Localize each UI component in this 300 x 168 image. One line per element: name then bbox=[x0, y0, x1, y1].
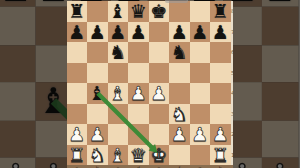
rank-label-3: 3 bbox=[298, 120, 300, 158]
square-d4[interactable]: ♟ bbox=[128, 83, 149, 104]
rank-coordinates-gutter: 87654321 bbox=[231, 1, 233, 165]
piece-black-pawn[interactable]: ♟ bbox=[130, 22, 147, 43]
piece-white-knight[interactable]: ♞ bbox=[89, 145, 106, 166]
file-label-e: e bbox=[149, 166, 170, 168]
square-e7[interactable] bbox=[149, 22, 170, 43]
square-g4[interactable] bbox=[190, 83, 211, 104]
file-label-h: h bbox=[210, 166, 231, 168]
square-d1[interactable]: ♛ bbox=[128, 145, 149, 166]
piece-black-pawn[interactable]: ♟ bbox=[171, 22, 188, 43]
piece-white-rook[interactable]: ♜ bbox=[212, 145, 229, 166]
square-h3[interactable] bbox=[210, 104, 231, 125]
square-e4[interactable]: ♟ bbox=[149, 83, 170, 104]
piece-black-pawn[interactable]: ♟ bbox=[191, 22, 208, 43]
file-label-g: g bbox=[190, 166, 211, 168]
piece-black-knight[interactable]: ♞ bbox=[109, 42, 126, 63]
square-d7[interactable]: ♟ bbox=[128, 22, 149, 43]
square-a3 bbox=[0, 120, 34, 158]
square-b4[interactable]: ♝ bbox=[87, 83, 108, 104]
square-a8[interactable]: ♜ bbox=[67, 1, 88, 22]
rank-label-2: 2 bbox=[231, 124, 233, 145]
piece-white-king[interactable]: ♚ bbox=[150, 145, 167, 166]
piece-white-pawn: ♟ bbox=[264, 158, 295, 168]
piece-white-pawn[interactable]: ♟ bbox=[68, 124, 85, 145]
piece-black-pawn: ♟ bbox=[37, 0, 68, 7]
square-a7: ♟ bbox=[0, 0, 34, 7]
piece-white-bishop[interactable]: ♝ bbox=[109, 83, 126, 104]
square-f1[interactable] bbox=[169, 145, 190, 166]
rank-coordinates-gutter: 87654321 bbox=[298, 0, 300, 168]
square-a1[interactable]: ♜ bbox=[67, 145, 88, 166]
square-a7[interactable]: ♟ bbox=[67, 22, 88, 43]
square-a3[interactable] bbox=[67, 104, 88, 125]
square-f4[interactable] bbox=[169, 83, 190, 104]
piece-black-king[interactable]: ♚ bbox=[150, 1, 167, 22]
square-a4 bbox=[0, 82, 34, 120]
square-c8[interactable]: ♝ bbox=[108, 1, 129, 22]
piece-black-pawn[interactable]: ♟ bbox=[89, 22, 106, 43]
square-f7[interactable]: ♟ bbox=[169, 22, 190, 43]
rank-label-8: 8 bbox=[231, 1, 233, 22]
square-h5 bbox=[261, 44, 299, 82]
square-h5[interactable] bbox=[210, 63, 231, 84]
square-b2[interactable]: ♟ bbox=[87, 124, 108, 145]
square-e8[interactable]: ♚ bbox=[149, 1, 170, 22]
square-a2: ♟ bbox=[0, 158, 34, 168]
square-e5[interactable] bbox=[149, 63, 170, 84]
square-b6[interactable] bbox=[87, 42, 108, 63]
square-e3[interactable] bbox=[149, 104, 170, 125]
square-h6[interactable] bbox=[210, 42, 231, 63]
square-c3[interactable] bbox=[108, 104, 129, 125]
square-e2[interactable] bbox=[149, 124, 170, 145]
piece-white-knight[interactable]: ♞ bbox=[171, 104, 188, 125]
rank-label-2: 2 bbox=[298, 158, 300, 168]
piece-white-rook[interactable]: ♜ bbox=[68, 145, 85, 166]
piece-white-pawn[interactable]: ♟ bbox=[130, 83, 147, 104]
piece-black-knight[interactable]: ♞ bbox=[171, 42, 188, 63]
square-b7[interactable]: ♟ bbox=[87, 22, 108, 43]
piece-white-pawn[interactable]: ♟ bbox=[212, 124, 229, 145]
piece-white-pawn: ♟ bbox=[0, 158, 31, 168]
square-c6[interactable]: ♞ bbox=[108, 42, 129, 63]
square-b1[interactable]: ♞ bbox=[87, 145, 108, 166]
square-a5 bbox=[0, 44, 34, 82]
piece-black-pawn: ♟ bbox=[264, 0, 295, 7]
piece-black-queen[interactable]: ♛ bbox=[130, 1, 147, 22]
square-h7: ♟ bbox=[261, 0, 299, 7]
piece-white-bishop[interactable]: ♝ bbox=[109, 145, 126, 166]
square-c2[interactable] bbox=[108, 124, 129, 145]
square-h4 bbox=[261, 82, 299, 120]
square-c7[interactable]: ♟ bbox=[108, 22, 129, 43]
piece-black-rook[interactable]: ♜ bbox=[212, 1, 229, 22]
rank-label-6: 6 bbox=[298, 7, 300, 45]
file-label-a: a bbox=[67, 166, 88, 168]
rank-label-5: 5 bbox=[298, 44, 300, 82]
square-a5[interactable] bbox=[67, 63, 88, 84]
square-c1[interactable]: ♝ bbox=[108, 145, 129, 166]
piece-white-pawn: ♟ bbox=[37, 158, 68, 168]
square-g2[interactable]: ♟ bbox=[190, 124, 211, 145]
square-h6 bbox=[261, 7, 299, 45]
rank-label-7: 7 bbox=[298, 0, 300, 7]
piece-black-pawn[interactable]: ♟ bbox=[212, 22, 229, 43]
square-b8[interactable] bbox=[87, 1, 108, 22]
squares-grid: ♜♝♛♚♜♟♟♟♟♟♟♟♞♞♝♝♟♟♞♟♟♟♟♟♜♞♝♛♚♜ bbox=[67, 1, 231, 165]
square-f2[interactable]: ♟ bbox=[169, 124, 190, 145]
square-g8[interactable] bbox=[190, 1, 211, 22]
piece-black-pawn: ♟ bbox=[0, 0, 31, 7]
square-h2[interactable]: ♟ bbox=[210, 124, 231, 145]
file-label-f: f bbox=[169, 166, 190, 168]
piece-black-bishop[interactable]: ♝ bbox=[89, 83, 106, 104]
piece-white-pawn[interactable]: ♟ bbox=[171, 124, 188, 145]
file-label-b: b bbox=[87, 166, 108, 168]
square-g6[interactable] bbox=[190, 42, 211, 63]
square-d3[interactable] bbox=[128, 104, 149, 125]
square-g7[interactable]: ♟ bbox=[190, 22, 211, 43]
square-h1[interactable]: ♜ bbox=[210, 145, 231, 166]
square-h3 bbox=[261, 120, 299, 158]
rank-label-4: 4 bbox=[231, 83, 233, 104]
square-d5[interactable] bbox=[128, 63, 149, 84]
rank-label-7: 7 bbox=[231, 22, 233, 43]
square-e6[interactable] bbox=[149, 42, 170, 63]
piece-white-pawn[interactable]: ♟ bbox=[191, 124, 208, 145]
square-h4[interactable] bbox=[210, 83, 231, 104]
piece-white-pawn[interactable]: ♟ bbox=[89, 124, 106, 145]
rank-label-5: 5 bbox=[231, 63, 233, 84]
square-d8[interactable]: ♛ bbox=[128, 1, 149, 22]
square-c5[interactable] bbox=[108, 63, 129, 84]
square-c4[interactable]: ♝ bbox=[108, 83, 129, 104]
square-h8[interactable]: ♜ bbox=[210, 1, 231, 22]
square-e1[interactable]: ♚ bbox=[149, 145, 170, 166]
square-a6 bbox=[0, 7, 34, 45]
square-h2: ♟ bbox=[261, 158, 299, 168]
file-coordinates-gutter: abcdefgh bbox=[67, 165, 233, 168]
video-frame: ♜♝♛♚♜♟♟♟♟♟♟♟♞♞♝♝♟♟♞♟♟♟♟♟♜♞♝♛♚♜87654321ab… bbox=[0, 0, 300, 168]
square-b5[interactable] bbox=[87, 63, 108, 84]
video-overlay-smudge bbox=[165, 0, 188, 3]
piece-black-bishop[interactable]: ♝ bbox=[109, 1, 126, 22]
piece-white-pawn[interactable]: ♟ bbox=[150, 83, 167, 104]
square-g5[interactable] bbox=[190, 63, 211, 84]
file-label-d: d bbox=[128, 166, 149, 168]
chess-board[interactable]: ♜♝♛♚♜♟♟♟♟♟♟♟♞♞♝♝♟♟♞♟♟♟♟♟♜♞♝♛♚♜87654321ab… bbox=[67, 1, 233, 168]
square-a4[interactable] bbox=[67, 83, 88, 104]
file-label-c: c bbox=[108, 166, 129, 168]
square-a6[interactable] bbox=[67, 42, 88, 63]
rank-label-4: 4 bbox=[298, 82, 300, 120]
square-h7[interactable]: ♟ bbox=[210, 22, 231, 43]
rank-label-1: 1 bbox=[231, 145, 233, 166]
square-f6[interactable]: ♞ bbox=[169, 42, 190, 63]
square-b3[interactable] bbox=[87, 104, 108, 125]
square-g3[interactable] bbox=[190, 104, 211, 125]
square-a2[interactable]: ♟ bbox=[67, 124, 88, 145]
square-d6[interactable] bbox=[128, 42, 149, 63]
square-f5[interactable] bbox=[169, 63, 190, 84]
square-d2[interactable] bbox=[128, 124, 149, 145]
piece-black-pawn[interactable]: ♟ bbox=[109, 22, 126, 43]
square-f8[interactable] bbox=[169, 1, 190, 22]
piece-black-bishop: ♝ bbox=[37, 82, 68, 120]
piece-black-pawn[interactable]: ♟ bbox=[68, 22, 85, 43]
square-g1[interactable] bbox=[190, 145, 211, 166]
piece-white-queen[interactable]: ♛ bbox=[130, 145, 147, 166]
rank-label-3: 3 bbox=[231, 104, 233, 125]
piece-black-rook[interactable]: ♜ bbox=[68, 1, 85, 22]
square-f3[interactable]: ♞ bbox=[169, 104, 190, 125]
rank-label-6: 6 bbox=[231, 42, 233, 63]
